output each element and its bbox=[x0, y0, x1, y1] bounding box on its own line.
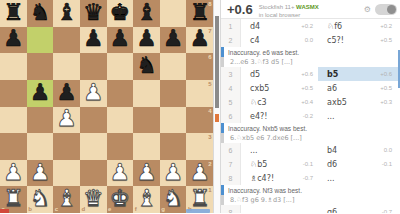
square-e8[interactable]: ♚ bbox=[107, 0, 134, 27]
square-h3[interactable]: 3 bbox=[186, 133, 213, 160]
engine-badge: WASMX bbox=[296, 4, 319, 10]
piece-white-pawn[interactable]: ♟ bbox=[136, 161, 157, 184]
square-b1[interactable]: ♞b bbox=[27, 186, 54, 213]
square-d5[interactable]: ♟ bbox=[80, 80, 107, 107]
piece-white-pawn[interactable]: ♟ bbox=[163, 161, 184, 184]
move-san: ... bbox=[327, 174, 335, 183]
piece-white-knight[interactable]: ♞ bbox=[163, 187, 184, 210]
piece-white-pawn[interactable]: ♟ bbox=[83, 81, 104, 104]
move-san: g6 bbox=[327, 208, 337, 214]
coord-rank-8: 8 bbox=[208, 1, 211, 7]
move-number: 5 bbox=[221, 95, 241, 109]
move-black[interactable]: ... bbox=[318, 109, 400, 123]
square-c3[interactable] bbox=[53, 133, 80, 160]
square-d1[interactable]: ♛d bbox=[80, 186, 107, 213]
square-b7[interactable] bbox=[27, 27, 54, 54]
coord-rank-5: 5 bbox=[208, 81, 211, 87]
move-eval: 0.0 bbox=[384, 147, 397, 153]
piece-white-pawn[interactable]: ♟ bbox=[110, 161, 131, 184]
square-f3[interactable] bbox=[133, 133, 160, 160]
evaluation-value: +0.6 bbox=[227, 3, 253, 17]
cutoff-fragment-orange bbox=[0, 209, 9, 213]
gear-icon[interactable]: ⚙ bbox=[364, 6, 371, 14]
page-scrollbar-mark bbox=[215, 114, 219, 122]
coord-rank-4: 4 bbox=[208, 108, 211, 114]
variation-line[interactable]: 8.♘f3 g6 9.♗d3 [...] bbox=[221, 195, 400, 205]
move-eval: +0.5 bbox=[301, 85, 318, 91]
piece-black-pawn[interactable]: ♟ bbox=[83, 27, 104, 50]
move-white[interactable]: ♘c3+0.4 bbox=[241, 95, 318, 109]
square-c4[interactable]: ♟ bbox=[53, 107, 80, 134]
move-white[interactable]: d4+0.2 bbox=[241, 19, 318, 33]
piece-white-knight[interactable]: ♞ bbox=[30, 187, 51, 210]
move-list: 1d4+0.2♘f6+0.22c40.0c5?!+0.5Inaccuracy. … bbox=[221, 19, 400, 213]
piece-white-king[interactable]: ♚ bbox=[110, 187, 131, 210]
square-e5[interactable] bbox=[107, 80, 134, 107]
coord-file-c: c bbox=[55, 206, 58, 212]
move-san: d4 bbox=[250, 22, 260, 31]
piece-black-bishop[interactable]: ♝ bbox=[136, 1, 157, 24]
square-d2[interactable] bbox=[80, 160, 107, 187]
move-black[interactable]: axb5+0.3 bbox=[318, 95, 400, 109]
coord-rank-6: 6 bbox=[208, 54, 211, 60]
move-number: 7 bbox=[221, 157, 241, 171]
move-eval: +0.5 bbox=[380, 37, 397, 43]
square-f7[interactable]: ♟ bbox=[133, 27, 160, 54]
square-g8[interactable] bbox=[160, 0, 187, 27]
coord-file-b: b bbox=[28, 206, 32, 212]
square-c7[interactable] bbox=[53, 27, 80, 54]
square-h4[interactable]: 4 bbox=[186, 107, 213, 134]
square-e3[interactable] bbox=[107, 133, 134, 160]
move-san: ♘f6 bbox=[327, 22, 342, 31]
move-san: c4 bbox=[250, 36, 260, 45]
variation-line[interactable]: 2...e6 3.♘f3 d5 [...] bbox=[221, 57, 400, 67]
piece-black-knight[interactable]: ♞ bbox=[136, 54, 157, 77]
square-a6[interactable] bbox=[0, 53, 27, 80]
coord-file-d: d bbox=[81, 206, 85, 212]
square-b3[interactable] bbox=[27, 133, 54, 160]
square-f5[interactable] bbox=[133, 80, 160, 107]
inaccuracy-comment: Inaccuracy. Nf3 was best. bbox=[221, 185, 400, 195]
square-c6[interactable] bbox=[53, 53, 80, 80]
piece-black-pawn[interactable]: ♟ bbox=[110, 27, 131, 50]
piece-black-rook[interactable]: ♜ bbox=[3, 1, 24, 24]
move-san: ♘c3 bbox=[250, 98, 267, 107]
piece-white-pawn[interactable]: ♟ bbox=[30, 161, 51, 184]
coord-rank-3: 3 bbox=[208, 134, 211, 140]
square-b4[interactable] bbox=[27, 107, 54, 134]
piece-black-pawn[interactable]: ♟ bbox=[56, 81, 77, 104]
square-b6[interactable] bbox=[27, 53, 54, 80]
move-number: 2 bbox=[221, 33, 241, 47]
piece-white-bishop[interactable]: ♝ bbox=[136, 187, 157, 210]
coord-rank-2: 2 bbox=[208, 161, 211, 167]
piece-black-pawn[interactable]: ♟ bbox=[189, 27, 210, 50]
chess-analysis-app: ♜♞♝♛♚♝♜8♟♟♟♟♟♟7♞6♟♟♟5♟43♟♟♟♟♟♟2♜a♞b♝c♛d♚… bbox=[0, 0, 400, 213]
piece-black-king[interactable]: ♚ bbox=[110, 1, 131, 24]
move-eval: +0.6 bbox=[380, 71, 397, 77]
move-san: ... bbox=[250, 146, 258, 155]
engine-name: Stockfish 11+ bbox=[259, 4, 295, 10]
square-c8[interactable]: ♝ bbox=[53, 0, 80, 27]
move-white[interactable]: ♘b5-0.1 bbox=[241, 157, 318, 171]
move-eval: 0.0 bbox=[305, 37, 318, 43]
move-row: 7♘b5-0.1d6-0.1 bbox=[221, 157, 400, 171]
move-black[interactable]: ... bbox=[318, 171, 400, 185]
move-eval: -0.7 bbox=[303, 175, 318, 181]
piece-white-pawn[interactable]: ♟ bbox=[189, 161, 210, 184]
square-e6[interactable] bbox=[107, 53, 134, 80]
square-g3[interactable] bbox=[160, 133, 187, 160]
move-row: 1d4+0.2♘f6+0.2 bbox=[221, 19, 400, 33]
move-row: 8♗c4?!-0.7... bbox=[221, 171, 400, 185]
move-white[interactable]: ♗c4?!-0.7 bbox=[241, 171, 318, 185]
square-h6[interactable]: 6 bbox=[186, 53, 213, 80]
move-eval: -0.7 bbox=[382, 209, 397, 213]
move-san: ♗c4?! bbox=[250, 174, 274, 183]
move-black[interactable]: a6+0.5 bbox=[318, 81, 400, 95]
move-number: 4 bbox=[221, 81, 241, 95]
piece-white-rook[interactable]: ♜ bbox=[3, 187, 24, 210]
coord-file-g: g bbox=[161, 206, 165, 212]
square-g2[interactable]: ♟ bbox=[160, 160, 187, 187]
move-black[interactable]: b5+0.6 bbox=[318, 67, 400, 81]
inaccuracy-comment: Inaccuracy. e6 was best. bbox=[221, 47, 400, 57]
engine-name-line: Stockfish 11+ WASMX bbox=[259, 3, 319, 11]
move-number: 3 bbox=[221, 67, 241, 81]
square-c1[interactable]: ♝c bbox=[53, 186, 80, 213]
square-g6[interactable] bbox=[160, 53, 187, 80]
move-row: 3d5+0.6b5+0.6 bbox=[221, 67, 400, 81]
move-san: axb5 bbox=[327, 98, 347, 107]
move-eval: +0.5 bbox=[380, 85, 397, 91]
move-white[interactable]: e4?!-0.2 bbox=[241, 109, 318, 123]
move-san: ... bbox=[250, 208, 258, 214]
square-f2[interactable]: ♟ bbox=[133, 160, 160, 187]
square-a7[interactable]: ♟ bbox=[0, 27, 27, 54]
inaccuracy-comment: Inaccuracy. Nxb5 was best. bbox=[221, 123, 400, 133]
square-e2[interactable]: ♟ bbox=[107, 160, 134, 187]
square-e1[interactable]: ♚e bbox=[107, 186, 134, 213]
move-black[interactable]: d6-0.1 bbox=[318, 157, 400, 171]
cutoff-fragment-blue-text bbox=[186, 209, 210, 213]
engine-toggle[interactable] bbox=[375, 4, 397, 15]
move-black[interactable]: b40.0 bbox=[318, 143, 400, 157]
square-d8[interactable]: ♛ bbox=[80, 0, 107, 27]
piece-black-pawn[interactable]: ♟ bbox=[136, 27, 157, 50]
move-number: 6 bbox=[221, 109, 241, 123]
piece-white-bishop[interactable]: ♝ bbox=[56, 187, 77, 210]
engine-controls: ⚙ bbox=[364, 3, 397, 15]
move-san: e4?! bbox=[250, 112, 267, 121]
move-row: 6...b40.0 bbox=[221, 143, 400, 157]
move-white[interactable]: ... bbox=[241, 143, 318, 157]
square-h7[interactable]: ♟7 bbox=[186, 27, 213, 54]
move-number: 8 bbox=[221, 171, 241, 185]
square-g7[interactable]: ♟ bbox=[160, 27, 187, 54]
chess-board[interactable]: ♜♞♝♛♚♝♜8♟♟♟♟♟♟7♞6♟♟♟5♟43♟♟♟♟♟♟2♜a♞b♝c♛d♚… bbox=[0, 0, 213, 213]
analysis-panel: +0.6 Stockfish 11+ WASMX in local browse… bbox=[221, 0, 400, 213]
square-h5[interactable]: 5 bbox=[186, 80, 213, 107]
move-san: ... bbox=[327, 112, 335, 121]
move-san: d5 bbox=[250, 70, 260, 79]
piece-black-queen[interactable]: ♛ bbox=[83, 1, 104, 24]
move-eval: +0.6 bbox=[301, 71, 318, 77]
move-eval: -0.1 bbox=[382, 161, 397, 167]
square-c2[interactable] bbox=[53, 160, 80, 187]
square-f4[interactable] bbox=[133, 107, 160, 134]
move-white[interactable]: ... bbox=[241, 205, 318, 213]
square-f6[interactable]: ♞ bbox=[133, 53, 160, 80]
move-row: 6e4?!-0.2... bbox=[221, 109, 400, 123]
square-c5[interactable]: ♟ bbox=[53, 80, 80, 107]
move-san: ♘b5 bbox=[250, 160, 267, 169]
move-eval: +0.2 bbox=[301, 23, 318, 29]
page-scrollbar[interactable] bbox=[213, 0, 221, 213]
move-number: 8 bbox=[221, 205, 241, 213]
square-d3[interactable] bbox=[80, 133, 107, 160]
square-e4[interactable] bbox=[107, 107, 134, 134]
engine-header: +0.6 Stockfish 11+ WASMX in local browse… bbox=[221, 0, 400, 19]
move-row: 8...g6-0.7 bbox=[221, 205, 400, 213]
square-e7[interactable]: ♟ bbox=[107, 27, 134, 54]
move-white[interactable]: c40.0 bbox=[241, 33, 318, 47]
piece-white-rook[interactable]: ♜ bbox=[189, 187, 210, 210]
move-eval: -0.2 bbox=[303, 113, 318, 119]
coord-file-e: e bbox=[108, 206, 111, 212]
square-a8[interactable]: ♜ bbox=[0, 0, 27, 27]
square-f1[interactable]: ♝f bbox=[133, 186, 160, 213]
move-row: 4cxb5+0.5a6+0.5 bbox=[221, 81, 400, 95]
piece-black-rook[interactable]: ♜ bbox=[189, 1, 210, 24]
square-d7[interactable]: ♟ bbox=[80, 27, 107, 54]
square-a4[interactable] bbox=[0, 107, 27, 134]
piece-white-queen[interactable]: ♛ bbox=[83, 187, 104, 210]
move-san: c5?! bbox=[327, 36, 344, 45]
square-g5[interactable] bbox=[160, 80, 187, 107]
square-a3[interactable] bbox=[0, 133, 27, 160]
move-white[interactable]: cxb5+0.5 bbox=[241, 81, 318, 95]
engine-location: in local browser bbox=[259, 11, 319, 19]
move-black[interactable]: c5?!+0.5 bbox=[318, 33, 400, 47]
move-row: 2c40.0c5?!+0.5 bbox=[221, 33, 400, 47]
move-san: d6 bbox=[327, 160, 337, 169]
coord-rank-7: 7 bbox=[208, 28, 211, 34]
move-black[interactable]: ♘f6+0.2 bbox=[318, 19, 400, 33]
square-d4[interactable] bbox=[80, 107, 107, 134]
square-b2[interactable]: ♟ bbox=[27, 160, 54, 187]
page-scrollbar-thumb[interactable] bbox=[215, 16, 219, 108]
square-b8[interactable]: ♞ bbox=[27, 0, 54, 27]
square-f8[interactable]: ♝ bbox=[133, 0, 160, 27]
engine-info: Stockfish 11+ WASMX in local browser bbox=[259, 3, 319, 19]
move-san: cxb5 bbox=[250, 84, 269, 93]
piece-black-bishop[interactable]: ♝ bbox=[56, 1, 77, 24]
move-san: a6 bbox=[327, 84, 337, 93]
coord-rank-1: 1 bbox=[208, 187, 211, 193]
move-san: b4 bbox=[327, 146, 337, 155]
square-g4[interactable] bbox=[160, 107, 187, 134]
move-eval: +0.3 bbox=[380, 99, 397, 105]
move-row: 5♘c3+0.4axb5+0.3 bbox=[221, 95, 400, 109]
square-b5[interactable]: ♟ bbox=[27, 80, 54, 107]
square-a2[interactable]: ♟ bbox=[0, 160, 27, 187]
square-a5[interactable] bbox=[0, 80, 27, 107]
coord-file-f: f bbox=[135, 206, 137, 212]
move-eval: +0.4 bbox=[301, 99, 318, 105]
piece-white-pawn[interactable]: ♟ bbox=[56, 107, 77, 130]
move-eval: -0.1 bbox=[303, 161, 318, 167]
square-h2[interactable]: ♟2 bbox=[186, 160, 213, 187]
piece-black-pawn[interactable]: ♟ bbox=[3, 27, 24, 50]
move-number: 6 bbox=[221, 143, 241, 157]
move-white[interactable]: d5+0.6 bbox=[241, 67, 318, 81]
piece-black-pawn[interactable]: ♟ bbox=[30, 81, 51, 104]
move-black[interactable]: g6-0.7 bbox=[318, 205, 400, 213]
move-eval: +0.2 bbox=[380, 23, 397, 29]
engine-toggle-knob bbox=[387, 5, 396, 14]
square-h8[interactable]: ♜8 bbox=[186, 0, 213, 27]
variation-line[interactable]: 6.♘xb5 e6 7.dxe6 [...] bbox=[221, 133, 400, 143]
piece-black-knight[interactable]: ♞ bbox=[30, 1, 51, 24]
piece-white-pawn[interactable]: ♟ bbox=[3, 161, 24, 184]
move-number: 1 bbox=[221, 19, 241, 33]
square-g1[interactable]: ♞g bbox=[160, 186, 187, 213]
piece-black-pawn[interactable]: ♟ bbox=[163, 27, 184, 50]
move-san: b5 bbox=[327, 70, 338, 79]
square-d6[interactable] bbox=[80, 53, 107, 80]
